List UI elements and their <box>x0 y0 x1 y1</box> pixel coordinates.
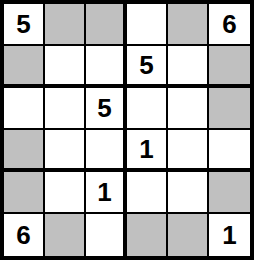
cell-r3c4[interactable] <box>127 88 168 130</box>
sudoku-board-wrapper: 56551161 <box>0 0 263 268</box>
cell-r2c1[interactable] <box>4 46 45 88</box>
cell-r6c6[interactable]: 1 <box>209 214 250 256</box>
cell-r3c3[interactable]: 5 <box>86 88 127 130</box>
cell-r3c1[interactable] <box>4 88 45 130</box>
cell-r4c1[interactable] <box>4 130 45 172</box>
cell-r2c4[interactable]: 5 <box>127 46 168 88</box>
cell-r6c5[interactable] <box>168 214 209 256</box>
cell-r1c2[interactable] <box>45 4 86 46</box>
cell-r1c4[interactable] <box>127 4 168 46</box>
cell-r1c3[interactable] <box>86 4 127 46</box>
cell-r6c3[interactable] <box>86 214 127 256</box>
cell-r5c6[interactable] <box>209 172 250 214</box>
cell-r4c4[interactable]: 1 <box>127 130 168 172</box>
cell-r2c6[interactable] <box>209 46 250 88</box>
cell-r3c6[interactable] <box>209 88 250 130</box>
cell-r6c1[interactable]: 6 <box>4 214 45 256</box>
sudoku-board: 56551161 <box>0 0 254 260</box>
cell-r3c5[interactable] <box>168 88 209 130</box>
cell-r2c5[interactable] <box>168 46 209 88</box>
cell-r6c4[interactable] <box>127 214 168 256</box>
cell-r5c5[interactable] <box>168 172 209 214</box>
cell-r2c2[interactable] <box>45 46 86 88</box>
cell-r5c1[interactable] <box>4 172 45 214</box>
cell-r6c2[interactable] <box>45 214 86 256</box>
cell-r4c3[interactable] <box>86 130 127 172</box>
cell-r5c3[interactable]: 1 <box>86 172 127 214</box>
cell-r1c1[interactable]: 5 <box>4 4 45 46</box>
cell-r5c4[interactable] <box>127 172 168 214</box>
cell-r4c5[interactable] <box>168 130 209 172</box>
cell-r2c3[interactable] <box>86 46 127 88</box>
cell-r5c2[interactable] <box>45 172 86 214</box>
cell-r1c5[interactable] <box>168 4 209 46</box>
cell-r4c2[interactable] <box>45 130 86 172</box>
cell-r3c2[interactable] <box>45 88 86 130</box>
cell-r1c6[interactable]: 6 <box>209 4 250 46</box>
cell-r4c6[interactable] <box>209 130 250 172</box>
